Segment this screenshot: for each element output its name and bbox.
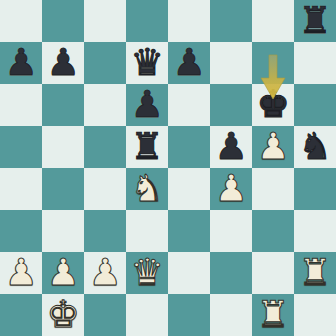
square-g2[interactable] — [252, 252, 294, 294]
square-h6[interactable] — [294, 84, 336, 126]
square-e4[interactable] — [168, 168, 210, 210]
square-f1[interactable] — [210, 294, 252, 336]
square-a8[interactable] — [0, 0, 42, 42]
piece-black-rook[interactable]: ♜ — [126, 126, 168, 168]
square-c4[interactable] — [84, 168, 126, 210]
square-g1[interactable]: ♜ — [252, 294, 294, 336]
piece-white-pawn[interactable]: ♟ — [252, 126, 294, 168]
square-a4[interactable] — [0, 168, 42, 210]
square-e7[interactable]: ♟ — [168, 42, 210, 84]
piece-white-pawn[interactable]: ♟ — [84, 252, 126, 294]
square-b5[interactable] — [42, 126, 84, 168]
square-d1[interactable] — [126, 294, 168, 336]
square-b3[interactable] — [42, 210, 84, 252]
square-e8[interactable] — [168, 0, 210, 42]
square-b6[interactable] — [42, 84, 84, 126]
square-c8[interactable] — [84, 0, 126, 42]
square-f8[interactable] — [210, 0, 252, 42]
square-d3[interactable] — [126, 210, 168, 252]
piece-white-knight[interactable]: ♞ — [126, 168, 168, 210]
square-f2[interactable] — [210, 252, 252, 294]
piece-black-pawn[interactable]: ♟ — [126, 84, 168, 126]
piece-black-pawn[interactable]: ♟ — [42, 42, 84, 84]
square-a5[interactable] — [0, 126, 42, 168]
square-d2[interactable]: ♛ — [126, 252, 168, 294]
square-f5[interactable]: ♟ — [210, 126, 252, 168]
chess-board: ♜♟♟♛♟♟♚♜♟♟♞♞♟♟♟♟♛♜♚♜ — [0, 0, 336, 336]
square-g5[interactable]: ♟ — [252, 126, 294, 168]
piece-black-pawn[interactable]: ♟ — [210, 126, 252, 168]
square-f7[interactable] — [210, 42, 252, 84]
piece-white-queen[interactable]: ♛ — [126, 252, 168, 294]
square-h1[interactable] — [294, 294, 336, 336]
square-g6[interactable]: ♚ — [252, 84, 294, 126]
piece-black-queen[interactable]: ♛ — [126, 42, 168, 84]
square-g7[interactable] — [252, 42, 294, 84]
square-c6[interactable] — [84, 84, 126, 126]
square-d6[interactable]: ♟ — [126, 84, 168, 126]
square-e6[interactable] — [168, 84, 210, 126]
square-d7[interactable]: ♛ — [126, 42, 168, 84]
square-c7[interactable] — [84, 42, 126, 84]
square-g8[interactable] — [252, 0, 294, 42]
square-e5[interactable] — [168, 126, 210, 168]
square-g4[interactable] — [252, 168, 294, 210]
piece-black-rook[interactable]: ♜ — [294, 0, 336, 42]
square-e3[interactable] — [168, 210, 210, 252]
square-e1[interactable] — [168, 294, 210, 336]
piece-white-pawn[interactable]: ♟ — [42, 252, 84, 294]
piece-black-knight[interactable]: ♞ — [294, 126, 336, 168]
square-f4[interactable]: ♟ — [210, 168, 252, 210]
square-a7[interactable]: ♟ — [0, 42, 42, 84]
square-h7[interactable] — [294, 42, 336, 84]
square-d5[interactable]: ♜ — [126, 126, 168, 168]
piece-white-pawn[interactable]: ♟ — [0, 252, 42, 294]
square-g3[interactable] — [252, 210, 294, 252]
square-b1[interactable]: ♚ — [42, 294, 84, 336]
square-d4[interactable]: ♞ — [126, 168, 168, 210]
chess-board-wrap: ♜♟♟♛♟♟♚♜♟♟♞♞♟♟♟♟♛♜♚♜ — [0, 0, 336, 336]
square-a1[interactable] — [0, 294, 42, 336]
piece-black-pawn[interactable]: ♟ — [0, 42, 42, 84]
square-c2[interactable]: ♟ — [84, 252, 126, 294]
square-d8[interactable] — [126, 0, 168, 42]
square-h8[interactable]: ♜ — [294, 0, 336, 42]
square-a2[interactable]: ♟ — [0, 252, 42, 294]
piece-black-king[interactable]: ♚ — [252, 84, 294, 126]
square-b7[interactable]: ♟ — [42, 42, 84, 84]
square-c5[interactable] — [84, 126, 126, 168]
square-b4[interactable] — [42, 168, 84, 210]
piece-white-rook[interactable]: ♜ — [294, 252, 336, 294]
square-f6[interactable] — [210, 84, 252, 126]
piece-white-pawn[interactable]: ♟ — [210, 168, 252, 210]
square-e2[interactable] — [168, 252, 210, 294]
square-c3[interactable] — [84, 210, 126, 252]
square-h3[interactable] — [294, 210, 336, 252]
square-b2[interactable]: ♟ — [42, 252, 84, 294]
square-h4[interactable] — [294, 168, 336, 210]
square-c1[interactable] — [84, 294, 126, 336]
piece-black-pawn[interactable]: ♟ — [168, 42, 210, 84]
piece-white-king[interactable]: ♚ — [42, 294, 84, 336]
piece-white-rook[interactable]: ♜ — [252, 294, 294, 336]
square-a3[interactable] — [0, 210, 42, 252]
square-a6[interactable] — [0, 84, 42, 126]
square-f3[interactable] — [210, 210, 252, 252]
square-b8[interactable] — [42, 0, 84, 42]
square-h5[interactable]: ♞ — [294, 126, 336, 168]
square-h2[interactable]: ♜ — [294, 252, 336, 294]
